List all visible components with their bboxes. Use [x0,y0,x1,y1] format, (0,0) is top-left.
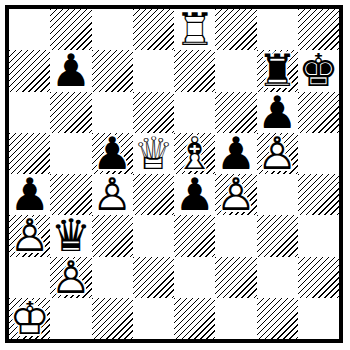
piece-glyph: ♖ [174,9,215,50]
piece-glyph: ♜ [257,50,298,91]
white-pawn-icon[interactable]: ♟♙ [50,257,91,298]
white-pawn-icon[interactable]: ♟♙ [92,174,133,215]
square-b1[interactable] [50,298,91,339]
square-b2[interactable]: ♟♙ [50,257,91,298]
square-f2[interactable] [215,257,256,298]
square-a6[interactable] [9,92,50,133]
square-d4[interactable] [133,174,174,215]
square-f6[interactable] [215,92,256,133]
piece-glyph: ♟ [92,133,133,174]
square-e7[interactable] [174,50,215,91]
piece-glyph: ♔ [9,298,50,339]
square-b3[interactable]: ♛♛ [50,215,91,256]
square-h5[interactable] [298,133,339,174]
square-c8[interactable] [92,9,133,50]
white-queen-icon[interactable]: ♛♕ [133,133,174,174]
piece-glyph: ♗ [174,133,215,174]
piece-glyph: ♟ [174,174,215,215]
square-f7[interactable] [215,50,256,91]
piece-glyph: ♛ [50,215,91,256]
square-f4[interactable]: ♟♙ [215,174,256,215]
white-pawn-icon[interactable]: ♟♙ [215,174,256,215]
square-b8[interactable] [50,9,91,50]
square-d5[interactable]: ♛♕ [133,133,174,174]
square-g4[interactable] [257,174,298,215]
square-c7[interactable] [92,50,133,91]
chess-board: ♜♖♟♟♜♜♚♚♟♟♟♟♛♕♝♗♟♟♟♙♟♟♟♙♟♟♟♙♟♙♛♛♟♙♚♔ [9,9,339,339]
piece-glyph: ♙ [215,174,256,215]
square-h8[interactable] [298,9,339,50]
square-e8[interactable]: ♜♖ [174,9,215,50]
piece-glyph: ♙ [50,257,91,298]
piece-glyph: ♕ [133,133,174,174]
square-g1[interactable] [257,298,298,339]
square-d1[interactable] [133,298,174,339]
square-f5[interactable]: ♟♟ [215,133,256,174]
black-pawn-icon[interactable]: ♟♟ [215,133,256,174]
square-h3[interactable] [298,215,339,256]
square-h6[interactable] [298,92,339,133]
piece-glyph: ♙ [9,215,50,256]
square-h2[interactable] [298,257,339,298]
black-pawn-icon[interactable]: ♟♟ [50,50,91,91]
square-d6[interactable] [133,92,174,133]
chess-board-frame: ♜♖♟♟♜♜♚♚♟♟♟♟♛♕♝♗♟♟♟♙♟♟♟♙♟♟♟♙♟♙♛♛♟♙♚♔ [5,5,343,343]
square-d3[interactable] [133,215,174,256]
black-king-icon[interactable]: ♚♚ [298,50,339,91]
square-g3[interactable] [257,215,298,256]
square-b5[interactable] [50,133,91,174]
square-a5[interactable] [9,133,50,174]
square-a8[interactable] [9,9,50,50]
square-c5[interactable]: ♟♟ [92,133,133,174]
square-a7[interactable] [9,50,50,91]
square-a1[interactable]: ♚♔ [9,298,50,339]
white-pawn-icon[interactable]: ♟♙ [9,215,50,256]
piece-glyph: ♚ [298,50,339,91]
square-g7[interactable]: ♜♜ [257,50,298,91]
square-b7[interactable]: ♟♟ [50,50,91,91]
square-b4[interactable] [50,174,91,215]
square-d8[interactable] [133,9,174,50]
piece-glyph: ♟ [257,92,298,133]
square-b6[interactable] [50,92,91,133]
square-f3[interactable] [215,215,256,256]
square-a3[interactable]: ♟♙ [9,215,50,256]
piece-glyph: ♙ [92,174,133,215]
black-pawn-icon[interactable]: ♟♟ [257,92,298,133]
square-d7[interactable] [133,50,174,91]
square-d2[interactable] [133,257,174,298]
square-h4[interactable] [298,174,339,215]
square-g8[interactable] [257,9,298,50]
square-c1[interactable] [92,298,133,339]
square-e5[interactable]: ♝♗ [174,133,215,174]
black-pawn-icon[interactable]: ♟♟ [9,174,50,215]
square-c3[interactable] [92,215,133,256]
piece-glyph: ♙ [257,133,298,174]
square-c4[interactable]: ♟♙ [92,174,133,215]
square-e1[interactable] [174,298,215,339]
square-a2[interactable] [9,257,50,298]
square-a4[interactable]: ♟♟ [9,174,50,215]
piece-glyph: ♟ [215,133,256,174]
square-g2[interactable] [257,257,298,298]
black-queen-icon[interactable]: ♛♛ [50,215,91,256]
square-e2[interactable] [174,257,215,298]
piece-glyph: ♟ [50,50,91,91]
piece-glyph: ♟ [9,174,50,215]
square-e6[interactable] [174,92,215,133]
black-pawn-icon[interactable]: ♟♟ [92,133,133,174]
square-h7[interactable]: ♚♚ [298,50,339,91]
black-rook-icon[interactable]: ♜♜ [257,50,298,91]
square-c2[interactable] [92,257,133,298]
square-e3[interactable] [174,215,215,256]
white-king-icon[interactable]: ♚♔ [9,298,50,339]
square-e4[interactable]: ♟♟ [174,174,215,215]
square-g6[interactable]: ♟♟ [257,92,298,133]
white-pawn-icon[interactable]: ♟♙ [257,133,298,174]
square-h1[interactable] [298,298,339,339]
black-pawn-icon[interactable]: ♟♟ [174,174,215,215]
square-c6[interactable] [92,92,133,133]
white-bishop-icon[interactable]: ♝♗ [174,133,215,174]
square-f8[interactable] [215,9,256,50]
white-rook-icon[interactable]: ♜♖ [174,9,215,50]
square-f1[interactable] [215,298,256,339]
square-g5[interactable]: ♟♙ [257,133,298,174]
